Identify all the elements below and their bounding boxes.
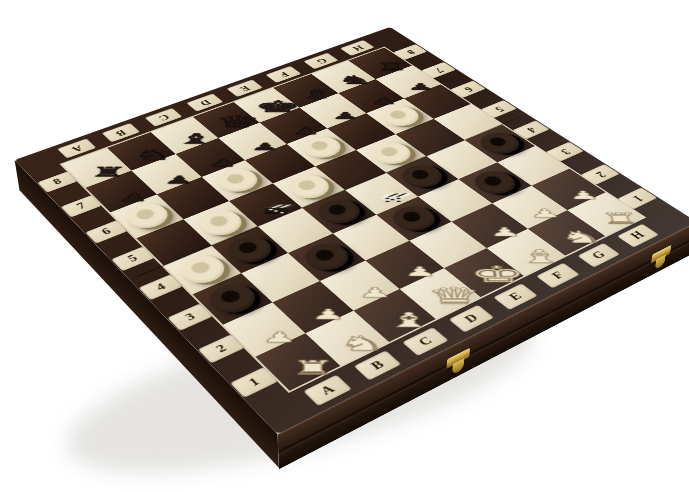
pawn-glyph: ♟ <box>370 96 398 105</box>
label-file-g-far-text: G <box>313 57 329 65</box>
queen-glyph: ♛ <box>213 114 262 130</box>
label-rank-3-right-text: 3 <box>557 147 573 156</box>
label-rank-7-right-text: 7 <box>432 66 446 74</box>
label-file-c-near-text: C <box>415 334 436 348</box>
label-file-h-near-text: H <box>628 229 648 241</box>
pawn-glyph: ♟ <box>163 174 195 185</box>
label-rank-4-right-text: 4 <box>523 126 538 135</box>
label-rank-7-left-text: 7 <box>75 201 89 211</box>
chess-board: AA11BB22CC33DD44EE55FF66GG77HH88 ♜♞♝♛♚♝♞… <box>15 27 689 434</box>
brass-latch-icon <box>446 348 470 369</box>
pawn-glyph: ♟ <box>207 158 238 169</box>
label-file-e-far-text: E <box>237 84 252 92</box>
label-rank-4-left-text: 4 <box>153 281 169 293</box>
label-rank-2-right-text: 2 <box>592 170 608 179</box>
label-file-g-near-text: G <box>589 249 609 262</box>
rook-glyph: ♜ <box>375 61 408 72</box>
label-rank-3-left-text: 3 <box>182 311 198 323</box>
label-file-a-far-text: A <box>69 143 85 153</box>
label-file-a-near-text: A <box>317 382 338 398</box>
label-rank-1-left-text: 1 <box>246 375 263 389</box>
label-rank-2-left-text: 2 <box>213 342 230 355</box>
label-file-f-far-text: F <box>276 70 290 78</box>
pieces-layer: ♜♞♝♛♚♝♞♜♟♟♟♟♟♟♟♟♟♟♟♟♟♟♟♜♞♝♛♚♝♞♜ <box>15 27 390 160</box>
scene: AA11BB22CC33DD44EE55FF66GG77HH88 ♜♞♝♛♚♝♞… <box>0 0 689 492</box>
label-rank-6-right-text: 6 <box>461 85 475 93</box>
label-rank-8-left-text: 8 <box>51 177 64 187</box>
label-rank-5-right-text: 5 <box>491 105 506 113</box>
knight-glyph: ♞ <box>337 74 374 86</box>
label-file-f-near-text: F <box>549 269 568 281</box>
label-rank-5-left-text: 5 <box>126 253 141 264</box>
label-rank-8-right-text: 8 <box>404 48 417 55</box>
label-rank-6-left-text: 6 <box>99 226 113 237</box>
rook-glyph: ♜ <box>88 165 128 178</box>
brass-latch-icon <box>651 245 671 264</box>
label-rank-1-right-text: 1 <box>629 193 646 203</box>
label-file-d-far-text: D <box>197 98 213 107</box>
pawn-glyph: ♟ <box>331 111 359 121</box>
bishop-glyph: ♝ <box>175 131 218 145</box>
pawn-glyph: ♟ <box>250 141 280 151</box>
bishop-glyph: ♝ <box>297 87 336 100</box>
label-file-b-far-text: B <box>113 128 128 137</box>
label-file-e-near-text: E <box>506 290 526 303</box>
pawn-glyph: ♟ <box>407 82 435 91</box>
product-photo-chess-set: { "game": "chess", "scene": { "descripti… <box>0 0 689 492</box>
knight-glyph: ♞ <box>132 148 175 162</box>
label-file-c-far-text: C <box>156 113 172 122</box>
label-file-h-far-text: H <box>350 44 366 52</box>
label-file-b-near-text: B <box>368 358 388 373</box>
label-file-d-near-text: D <box>461 312 481 326</box>
pawn-glyph: ♟ <box>291 126 320 136</box>
